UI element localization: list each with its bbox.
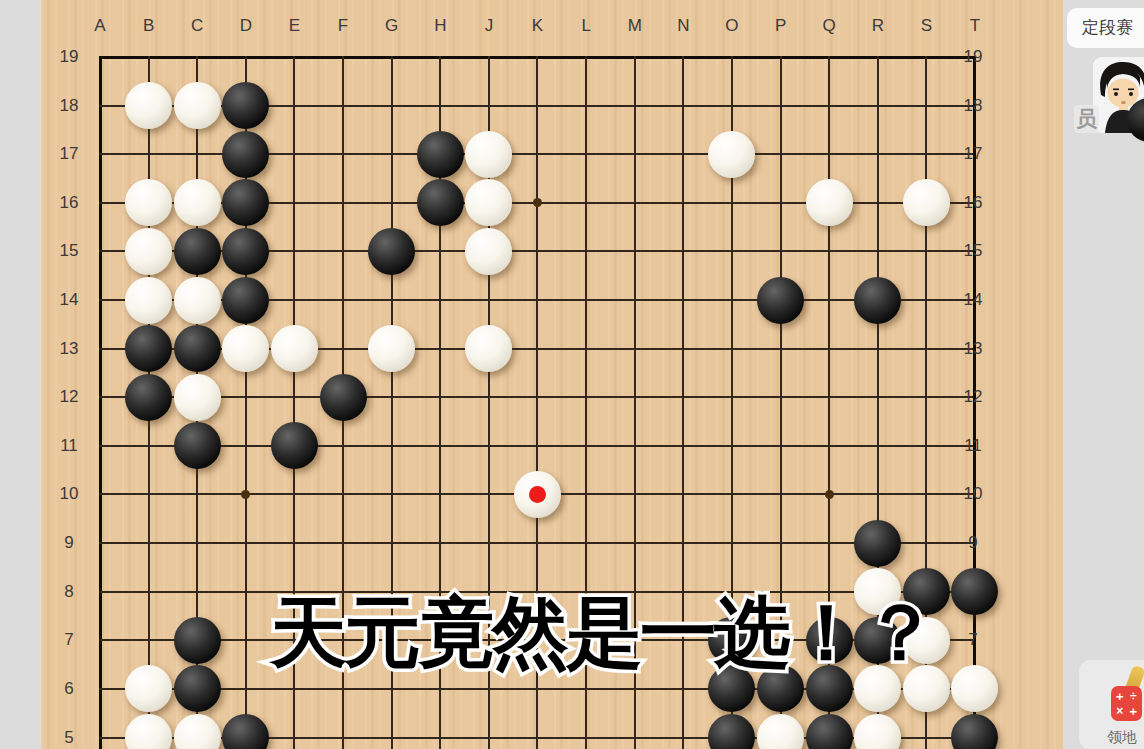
row-label-right: 16 <box>953 192 993 214</box>
col-label: C <box>177 15 217 37</box>
go-stone-O17 <box>708 131 755 178</box>
grid-line-horizontal <box>99 542 977 544</box>
go-stone-C18 <box>174 82 221 129</box>
go-stone-E13 <box>271 325 318 372</box>
row-label-left: 5 <box>49 727 89 749</box>
go-stone-C5 <box>174 714 221 749</box>
go-stone-B18 <box>125 82 172 129</box>
col-label: E <box>274 15 314 37</box>
row-label-left: 11 <box>49 435 89 457</box>
go-stone-B6 <box>125 665 172 712</box>
go-stone-C7 <box>174 617 221 664</box>
row-label-left: 17 <box>49 143 89 165</box>
col-label: S <box>906 15 946 37</box>
row-label-left: 6 <box>49 678 89 700</box>
col-label: A <box>80 15 120 37</box>
go-stone-T6 <box>951 665 998 712</box>
territory-tool-card[interactable]: ＋ ÷ × ＋ 领地 <box>1079 660 1144 749</box>
plus-glyph: ＋ <box>1127 705 1139 717</box>
go-stone-J16 <box>465 179 512 226</box>
tournament-label-card[interactable]: 定段赛 <box>1067 8 1144 48</box>
go-stone-F12 <box>320 374 367 421</box>
last-move-marker <box>529 486 546 503</box>
go-stone-G15 <box>368 228 415 275</box>
row-label-left: 8 <box>49 581 89 603</box>
row-label-right: 19 <box>953 46 993 68</box>
go-stone-D13 <box>222 325 269 372</box>
go-stone-Q5 <box>806 714 853 749</box>
row-label-right: 18 <box>953 95 993 117</box>
row-label-left: 16 <box>49 192 89 214</box>
col-label: K <box>517 15 557 37</box>
star-point <box>825 490 834 499</box>
col-label: O <box>712 15 752 37</box>
go-stone-C14 <box>174 277 221 324</box>
go-stone-K10 <box>514 471 561 518</box>
go-stone-G13 <box>368 325 415 372</box>
star-point <box>241 490 250 499</box>
go-stone-B14 <box>125 277 172 324</box>
row-label-left: 13 <box>49 338 89 360</box>
col-label: Q <box>809 15 849 37</box>
go-stone-C12 <box>174 374 221 421</box>
col-label: P <box>761 15 801 37</box>
go-stone-C6 <box>174 665 221 712</box>
go-stone-E11 <box>271 422 318 469</box>
go-stone-T5 <box>951 714 998 749</box>
times-glyph: × <box>1116 705 1123 717</box>
row-label-left: 15 <box>49 240 89 262</box>
plus-glyph: ＋ <box>1114 690 1126 702</box>
territory-tool-label: 领地 <box>1107 728 1137 747</box>
calculator-icon: ＋ ÷ × ＋ <box>1111 686 1142 721</box>
row-label-left: 19 <box>49 46 89 68</box>
row-label-left: 18 <box>49 95 89 117</box>
go-stone-C13 <box>174 325 221 372</box>
row-label-right: 9 <box>953 532 993 554</box>
row-label-right: 15 <box>953 240 993 262</box>
video-caption: 天元竟然是一选！？ <box>270 582 936 686</box>
go-stone-D18 <box>222 82 269 129</box>
row-label-right: 7 <box>953 629 993 651</box>
row-label-right: 12 <box>953 386 993 408</box>
go-stone-J15 <box>465 228 512 275</box>
row-label-right: 11 <box>953 435 993 457</box>
go-stone-J17 <box>465 131 512 178</box>
col-label: F <box>323 15 363 37</box>
go-stone-Q16 <box>806 179 853 226</box>
go-stone-B5 <box>125 714 172 749</box>
go-stone-R5 <box>854 714 901 749</box>
col-label: B <box>129 15 169 37</box>
side-panel: 定段赛 员 ＋ ÷ × <box>1063 0 1144 749</box>
col-label: G <box>372 15 412 37</box>
col-label: R <box>858 15 898 37</box>
go-stone-B15 <box>125 228 172 275</box>
go-stone-S16 <box>903 179 950 226</box>
col-label: N <box>663 15 703 37</box>
col-label: L <box>566 15 606 37</box>
col-label: H <box>420 15 460 37</box>
go-stone-B13 <box>125 325 172 372</box>
row-label-left: 9 <box>49 532 89 554</box>
go-stone-D16 <box>222 179 269 226</box>
go-stone-C15 <box>174 228 221 275</box>
tournament-label: 定段赛 <box>1082 18 1133 37</box>
go-stone-P14 <box>757 277 804 324</box>
go-stone-C16 <box>174 179 221 226</box>
go-stone-D15 <box>222 228 269 275</box>
row-label-right: 10 <box>953 483 993 505</box>
row-label-right: 14 <box>953 289 993 311</box>
row-label-left: 12 <box>49 386 89 408</box>
row-label-left: 7 <box>49 629 89 651</box>
divide-glyph: ÷ <box>1130 690 1137 702</box>
col-label: M <box>615 15 655 37</box>
go-stone-B12 <box>125 374 172 421</box>
go-stone-H17 <box>417 131 464 178</box>
col-label: D <box>226 15 266 37</box>
row-label-left: 14 <box>49 289 89 311</box>
col-label: T <box>955 15 995 37</box>
go-stone-D5 <box>222 714 269 749</box>
go-stone-D14 <box>222 277 269 324</box>
player-role-badge: 员 <box>1074 105 1099 133</box>
app-window: ABCDEFGHJKLMNOPQRST191918181717161615151… <box>0 0 1144 749</box>
go-stone-C11 <box>174 422 221 469</box>
go-stone-O5 <box>708 714 755 749</box>
go-stone-R14 <box>854 277 901 324</box>
go-stone-R9 <box>854 520 901 567</box>
go-stone-B16 <box>125 179 172 226</box>
row-label-left: 10 <box>49 483 89 505</box>
row-label-right: 13 <box>953 338 993 360</box>
go-stone-P5 <box>757 714 804 749</box>
go-stone-J13 <box>465 325 512 372</box>
go-stone-H16 <box>417 179 464 226</box>
go-stone-T8 <box>951 568 998 615</box>
grid-line-vertical <box>99 56 102 749</box>
row-label-right: 17 <box>953 143 993 165</box>
go-stone-D17 <box>222 131 269 178</box>
star-point <box>533 198 542 207</box>
col-label: J <box>469 15 509 37</box>
